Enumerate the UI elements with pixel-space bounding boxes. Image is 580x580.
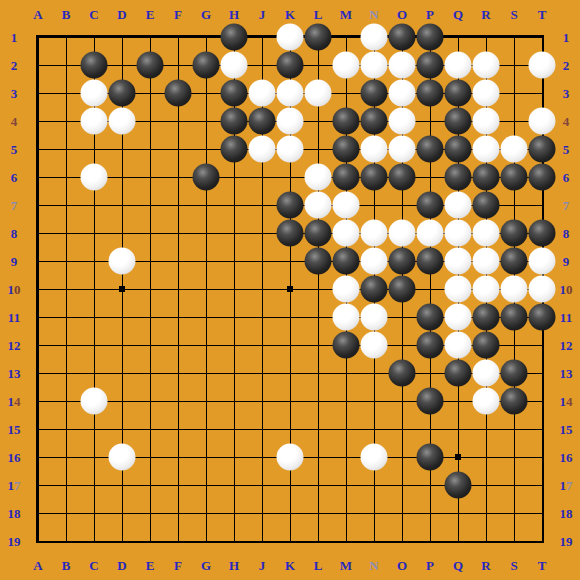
stone-black-Q6[interactable] bbox=[445, 164, 472, 191]
stone-white-N8[interactable] bbox=[361, 220, 388, 247]
stone-black-P7[interactable] bbox=[417, 192, 444, 219]
stone-black-P5[interactable] bbox=[417, 136, 444, 163]
stone-black-O9[interactable] bbox=[389, 248, 416, 275]
stone-black-O10[interactable] bbox=[389, 276, 416, 303]
row-label-right-2: 2 bbox=[563, 59, 570, 72]
stone-white-O2[interactable] bbox=[389, 52, 416, 79]
stone-black-Q5[interactable] bbox=[445, 136, 472, 163]
row-label-left-14: 14 bbox=[8, 395, 21, 408]
stone-black-S11[interactable] bbox=[501, 304, 528, 331]
row-label-left-7: 7 bbox=[11, 199, 18, 212]
stone-black-G6[interactable] bbox=[193, 164, 220, 191]
stone-white-R8[interactable] bbox=[473, 220, 500, 247]
stone-black-R11[interactable] bbox=[473, 304, 500, 331]
stone-white-C6[interactable] bbox=[81, 164, 108, 191]
stone-black-P3[interactable] bbox=[417, 80, 444, 107]
stone-white-S10[interactable] bbox=[501, 276, 528, 303]
stone-white-C3[interactable] bbox=[81, 80, 108, 107]
stone-white-N5[interactable] bbox=[361, 136, 388, 163]
col-label-bottom-G: G bbox=[201, 559, 211, 572]
stone-white-T9[interactable] bbox=[529, 248, 556, 275]
stone-black-S8[interactable] bbox=[501, 220, 528, 247]
stone-black-F3[interactable] bbox=[165, 80, 192, 107]
stone-black-T8[interactable] bbox=[529, 220, 556, 247]
row-label-right-8: 8 bbox=[563, 227, 570, 240]
stone-black-M4[interactable] bbox=[333, 108, 360, 135]
stone-black-N4[interactable] bbox=[361, 108, 388, 135]
stone-white-M10[interactable] bbox=[333, 276, 360, 303]
stone-white-R13[interactable] bbox=[473, 360, 500, 387]
hoshi-D10 bbox=[119, 286, 126, 293]
col-label-top-S: S bbox=[510, 8, 517, 21]
col-label-bottom-S: S bbox=[510, 559, 517, 572]
row-label-right-3: 3 bbox=[563, 87, 570, 100]
row-label-right-14: 14 bbox=[560, 395, 573, 408]
col-label-top-O: O bbox=[397, 8, 407, 21]
stone-white-N2[interactable] bbox=[361, 52, 388, 79]
stone-white-C4[interactable] bbox=[81, 108, 108, 135]
col-label-bottom-D: D bbox=[117, 559, 126, 572]
stone-black-H1[interactable] bbox=[221, 24, 248, 51]
stone-black-O1[interactable] bbox=[389, 24, 416, 51]
row-label-right-11: 11 bbox=[560, 311, 572, 324]
col-label-top-J: J bbox=[259, 8, 266, 21]
col-label-top-L: L bbox=[314, 8, 323, 21]
stone-black-N6[interactable] bbox=[361, 164, 388, 191]
stone-black-Q4[interactable] bbox=[445, 108, 472, 135]
stone-black-T11[interactable] bbox=[529, 304, 556, 331]
row-label-right-19: 19 bbox=[560, 535, 573, 548]
col-label-bottom-R: R bbox=[481, 559, 490, 572]
stone-black-S6[interactable] bbox=[501, 164, 528, 191]
col-label-top-M: M bbox=[340, 8, 352, 21]
col-label-bottom-T: T bbox=[538, 559, 547, 572]
stone-white-R10[interactable] bbox=[473, 276, 500, 303]
col-label-top-T: T bbox=[538, 8, 547, 21]
stone-white-D9[interactable] bbox=[109, 248, 136, 275]
stone-black-R6[interactable] bbox=[473, 164, 500, 191]
stone-black-H4[interactable] bbox=[221, 108, 248, 135]
row-label-left-3: 3 bbox=[11, 87, 18, 100]
row-label-right-13: 13 bbox=[560, 367, 573, 380]
row-label-right-10: 10 bbox=[560, 283, 573, 296]
stone-black-P14[interactable] bbox=[417, 388, 444, 415]
row-label-left-17: 17 bbox=[8, 479, 21, 492]
stone-black-P1[interactable] bbox=[417, 24, 444, 51]
stone-black-P11[interactable] bbox=[417, 304, 444, 331]
row-label-right-4: 4 bbox=[563, 115, 570, 128]
stone-black-Q17[interactable] bbox=[445, 472, 472, 499]
row-label-left-10: 10 bbox=[8, 283, 21, 296]
stone-black-T6[interactable] bbox=[529, 164, 556, 191]
col-label-bottom-M: M bbox=[340, 559, 352, 572]
row-label-right-1: 1 bbox=[563, 31, 570, 44]
stone-black-L9[interactable] bbox=[305, 248, 332, 275]
stone-white-Q9[interactable] bbox=[445, 248, 472, 275]
stone-black-R12[interactable] bbox=[473, 332, 500, 359]
stone-white-Q2[interactable] bbox=[445, 52, 472, 79]
stone-black-E2[interactable] bbox=[137, 52, 164, 79]
stone-black-Q13[interactable] bbox=[445, 360, 472, 387]
stone-black-M5[interactable] bbox=[333, 136, 360, 163]
stone-white-M11[interactable] bbox=[333, 304, 360, 331]
col-label-bottom-N: N bbox=[369, 559, 378, 572]
stone-black-P12[interactable] bbox=[417, 332, 444, 359]
stone-black-L8[interactable] bbox=[305, 220, 332, 247]
stone-white-L3[interactable] bbox=[305, 80, 332, 107]
stone-black-P16[interactable] bbox=[417, 444, 444, 471]
row-label-left-4: 4 bbox=[11, 115, 18, 128]
stone-white-O8[interactable] bbox=[389, 220, 416, 247]
stone-white-H2[interactable] bbox=[221, 52, 248, 79]
stone-black-H5[interactable] bbox=[221, 136, 248, 163]
row-label-right-6: 6 bbox=[563, 171, 570, 184]
stone-white-K5[interactable] bbox=[277, 136, 304, 163]
stone-black-G2[interactable] bbox=[193, 52, 220, 79]
stone-white-R2[interactable] bbox=[473, 52, 500, 79]
col-label-top-E: E bbox=[146, 8, 155, 21]
stone-white-P8[interactable] bbox=[417, 220, 444, 247]
stone-black-S13[interactable] bbox=[501, 360, 528, 387]
stone-white-N12[interactable] bbox=[361, 332, 388, 359]
stone-black-M9[interactable] bbox=[333, 248, 360, 275]
stone-black-O13[interactable] bbox=[389, 360, 416, 387]
col-label-bottom-L: L bbox=[314, 559, 323, 572]
col-label-top-A: A bbox=[33, 8, 42, 21]
col-label-bottom-F: F bbox=[174, 559, 182, 572]
row-label-left-16: 16 bbox=[8, 451, 21, 464]
stone-black-P9[interactable] bbox=[417, 248, 444, 275]
col-label-top-H: H bbox=[229, 8, 239, 21]
row-label-left-6: 6 bbox=[11, 171, 18, 184]
row-label-right-16: 16 bbox=[560, 451, 573, 464]
stone-white-Q11[interactable] bbox=[445, 304, 472, 331]
stone-black-L1[interactable] bbox=[305, 24, 332, 51]
stone-white-K4[interactable] bbox=[277, 108, 304, 135]
col-label-bottom-C: C bbox=[89, 559, 98, 572]
col-label-bottom-H: H bbox=[229, 559, 239, 572]
stone-white-L7[interactable] bbox=[305, 192, 332, 219]
col-label-top-N: N bbox=[369, 8, 378, 21]
stone-black-O6[interactable] bbox=[389, 164, 416, 191]
row-label-left-8: 8 bbox=[11, 227, 18, 240]
col-label-top-R: R bbox=[481, 8, 490, 21]
stone-black-C2[interactable] bbox=[81, 52, 108, 79]
stone-white-R14[interactable] bbox=[473, 388, 500, 415]
stone-white-D16[interactable] bbox=[109, 444, 136, 471]
row-label-left-9: 9 bbox=[11, 255, 18, 268]
col-label-bottom-Q: Q bbox=[453, 559, 463, 572]
stone-black-K2[interactable] bbox=[277, 52, 304, 79]
row-label-right-5: 5 bbox=[563, 143, 570, 156]
col-label-top-G: G bbox=[201, 8, 211, 21]
row-label-left-11: 11 bbox=[8, 311, 20, 324]
col-label-top-D: D bbox=[117, 8, 126, 21]
stone-black-T5[interactable] bbox=[529, 136, 556, 163]
stone-white-K16[interactable] bbox=[277, 444, 304, 471]
row-label-right-15: 15 bbox=[560, 423, 573, 436]
stone-white-R3[interactable] bbox=[473, 80, 500, 107]
stone-white-O5[interactable] bbox=[389, 136, 416, 163]
stone-white-T10[interactable] bbox=[529, 276, 556, 303]
row-label-right-18: 18 bbox=[560, 507, 573, 520]
stone-white-T2[interactable] bbox=[529, 52, 556, 79]
stone-white-R9[interactable] bbox=[473, 248, 500, 275]
hoshi-K10 bbox=[287, 286, 294, 293]
stone-white-Q12[interactable] bbox=[445, 332, 472, 359]
row-label-left-18: 18 bbox=[8, 507, 21, 520]
col-label-bottom-O: O bbox=[397, 559, 407, 572]
row-label-right-9: 9 bbox=[563, 255, 570, 268]
stone-white-T4[interactable] bbox=[529, 108, 556, 135]
stone-white-N9[interactable] bbox=[361, 248, 388, 275]
go-board[interactable]: AABBCCDDEEFFGGHHJJKKLLMMNNOOPPQQRRSSTT11… bbox=[0, 0, 580, 580]
stone-white-L6[interactable] bbox=[305, 164, 332, 191]
col-label-bottom-A: A bbox=[33, 559, 42, 572]
stone-white-K3[interactable] bbox=[277, 80, 304, 107]
stone-black-S14[interactable] bbox=[501, 388, 528, 415]
row-label-left-13: 13 bbox=[8, 367, 21, 380]
row-label-right-7: 7 bbox=[563, 199, 570, 212]
stone-black-M12[interactable] bbox=[333, 332, 360, 359]
stone-white-C14[interactable] bbox=[81, 388, 108, 415]
stone-white-J3[interactable] bbox=[249, 80, 276, 107]
stone-black-Q3[interactable] bbox=[445, 80, 472, 107]
row-label-right-17: 17 bbox=[560, 479, 573, 492]
stone-black-P2[interactable] bbox=[417, 52, 444, 79]
stone-black-K8[interactable] bbox=[277, 220, 304, 247]
col-label-bottom-E: E bbox=[146, 559, 155, 572]
col-label-top-F: F bbox=[174, 8, 182, 21]
row-label-left-15: 15 bbox=[8, 423, 21, 436]
stone-black-M6[interactable] bbox=[333, 164, 360, 191]
stone-white-Q7[interactable] bbox=[445, 192, 472, 219]
row-label-left-19: 19 bbox=[8, 535, 21, 548]
row-label-left-5: 5 bbox=[11, 143, 18, 156]
hoshi-Q16 bbox=[455, 454, 462, 461]
stone-white-Q10[interactable] bbox=[445, 276, 472, 303]
stone-white-O3[interactable] bbox=[389, 80, 416, 107]
row-label-left-1: 1 bbox=[11, 31, 18, 44]
stone-white-R5[interactable] bbox=[473, 136, 500, 163]
col-label-top-B: B bbox=[62, 8, 71, 21]
stone-white-D4[interactable] bbox=[109, 108, 136, 135]
stone-white-M8[interactable] bbox=[333, 220, 360, 247]
stone-white-K1[interactable] bbox=[277, 24, 304, 51]
stone-white-N16[interactable] bbox=[361, 444, 388, 471]
stone-white-O4[interactable] bbox=[389, 108, 416, 135]
col-label-bottom-K: K bbox=[285, 559, 295, 572]
stone-black-K7[interactable] bbox=[277, 192, 304, 219]
stone-white-J5[interactable] bbox=[249, 136, 276, 163]
col-label-bottom-J: J bbox=[259, 559, 266, 572]
stone-black-J4[interactable] bbox=[249, 108, 276, 135]
col-label-top-Q: Q bbox=[453, 8, 463, 21]
stone-white-Q8[interactable] bbox=[445, 220, 472, 247]
stone-white-N11[interactable] bbox=[361, 304, 388, 331]
stone-black-H3[interactable] bbox=[221, 80, 248, 107]
col-label-bottom-P: P bbox=[426, 559, 434, 572]
stone-black-R7[interactable] bbox=[473, 192, 500, 219]
stone-white-M7[interactable] bbox=[333, 192, 360, 219]
stone-black-D3[interactable] bbox=[109, 80, 136, 107]
stone-white-R4[interactable] bbox=[473, 108, 500, 135]
stone-white-N1[interactable] bbox=[361, 24, 388, 51]
stone-black-S9[interactable] bbox=[501, 248, 528, 275]
row-label-right-12: 12 bbox=[560, 339, 573, 352]
col-label-top-P: P bbox=[426, 8, 434, 21]
row-label-left-12: 12 bbox=[8, 339, 21, 352]
stone-white-S5[interactable] bbox=[501, 136, 528, 163]
stone-black-N10[interactable] bbox=[361, 276, 388, 303]
stone-black-N3[interactable] bbox=[361, 80, 388, 107]
stone-white-M2[interactable] bbox=[333, 52, 360, 79]
col-label-top-C: C bbox=[89, 8, 98, 21]
row-label-left-2: 2 bbox=[11, 59, 18, 72]
col-label-bottom-B: B bbox=[62, 559, 71, 572]
col-label-top-K: K bbox=[285, 8, 295, 21]
go-board-screenshot: { "game": "go", "board_size": 19, "colum… bbox=[0, 0, 580, 580]
